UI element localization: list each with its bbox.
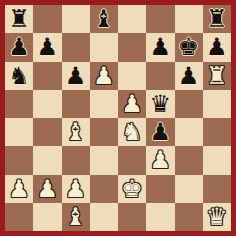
square-a7[interactable]: ♟ bbox=[5, 33, 33, 61]
square-a4[interactable] bbox=[5, 118, 33, 146]
square-g5[interactable] bbox=[175, 90, 203, 118]
square-g7[interactable]: ♚ bbox=[175, 33, 203, 61]
square-c2[interactable]: ♟ bbox=[62, 175, 90, 203]
square-g8[interactable] bbox=[175, 5, 203, 33]
piece-white-pawn: ♟ bbox=[93, 64, 115, 88]
square-e1[interactable] bbox=[118, 203, 146, 231]
piece-black-pawn: ♟ bbox=[8, 35, 30, 59]
square-g2[interactable] bbox=[175, 175, 203, 203]
square-g4[interactable] bbox=[175, 118, 203, 146]
square-d3[interactable] bbox=[90, 146, 118, 174]
square-b3[interactable] bbox=[33, 146, 61, 174]
square-e2[interactable]: ♚ bbox=[118, 175, 146, 203]
piece-black-pawn: ♟ bbox=[65, 64, 87, 88]
square-b2[interactable]: ♟ bbox=[33, 175, 61, 203]
square-c6[interactable]: ♟ bbox=[62, 62, 90, 90]
piece-white-pawn: ♟ bbox=[121, 92, 143, 116]
square-g6[interactable]: ♟ bbox=[175, 62, 203, 90]
piece-black-king: ♚ bbox=[178, 35, 200, 59]
piece-black-knight: ♞ bbox=[8, 64, 30, 88]
square-a5[interactable] bbox=[5, 90, 33, 118]
piece-white-bishop: ♝ bbox=[65, 205, 87, 229]
square-e5[interactable]: ♟ bbox=[118, 90, 146, 118]
square-d1[interactable] bbox=[90, 203, 118, 231]
chess-diagram: ♜♝♜♟♟♟♚♟♞♟♟♟♜♟♛♝♞♟♟♟♟♟♚♝♛ bbox=[0, 0, 236, 236]
piece-black-rook: ♜ bbox=[206, 7, 228, 31]
square-d6[interactable]: ♟ bbox=[90, 62, 118, 90]
square-f2[interactable] bbox=[146, 175, 174, 203]
square-b1[interactable] bbox=[33, 203, 61, 231]
square-f5[interactable]: ♛ bbox=[146, 90, 174, 118]
piece-black-queen: ♛ bbox=[150, 92, 172, 116]
square-c1[interactable]: ♝ bbox=[62, 203, 90, 231]
square-a6[interactable]: ♞ bbox=[5, 62, 33, 90]
square-h4[interactable] bbox=[203, 118, 231, 146]
piece-white-queen: ♛ bbox=[206, 205, 228, 229]
square-h2[interactable] bbox=[203, 175, 231, 203]
piece-black-pawn: ♟ bbox=[178, 64, 200, 88]
square-g1[interactable] bbox=[175, 203, 203, 231]
square-e6[interactable] bbox=[118, 62, 146, 90]
piece-white-knight: ♞ bbox=[121, 120, 143, 144]
square-b4[interactable] bbox=[33, 118, 61, 146]
piece-white-bishop: ♝ bbox=[65, 120, 87, 144]
square-a1[interactable] bbox=[5, 203, 33, 231]
piece-black-pawn: ♟ bbox=[37, 35, 59, 59]
square-f4[interactable]: ♟ bbox=[146, 118, 174, 146]
square-c7[interactable] bbox=[62, 33, 90, 61]
square-d4[interactable] bbox=[90, 118, 118, 146]
square-h1[interactable]: ♛ bbox=[203, 203, 231, 231]
square-f1[interactable] bbox=[146, 203, 174, 231]
square-e7[interactable] bbox=[118, 33, 146, 61]
piece-white-pawn: ♟ bbox=[65, 177, 87, 201]
square-b8[interactable] bbox=[33, 5, 61, 33]
square-f6[interactable] bbox=[146, 62, 174, 90]
square-b7[interactable]: ♟ bbox=[33, 33, 61, 61]
piece-white-king: ♚ bbox=[121, 177, 143, 201]
piece-black-pawn: ♟ bbox=[150, 35, 172, 59]
square-h5[interactable] bbox=[203, 90, 231, 118]
piece-white-pawn: ♟ bbox=[8, 177, 30, 201]
square-a3[interactable] bbox=[5, 146, 33, 174]
square-a2[interactable]: ♟ bbox=[5, 175, 33, 203]
square-e4[interactable]: ♞ bbox=[118, 118, 146, 146]
square-d2[interactable] bbox=[90, 175, 118, 203]
piece-white-pawn: ♟ bbox=[150, 148, 172, 172]
square-f7[interactable]: ♟ bbox=[146, 33, 174, 61]
piece-white-pawn: ♟ bbox=[37, 177, 59, 201]
square-h6[interactable]: ♜ bbox=[203, 62, 231, 90]
piece-black-rook: ♜ bbox=[8, 7, 30, 31]
square-b6[interactable] bbox=[33, 62, 61, 90]
square-c5[interactable] bbox=[62, 90, 90, 118]
piece-black-pawn: ♟ bbox=[150, 120, 172, 144]
square-d5[interactable] bbox=[90, 90, 118, 118]
square-c8[interactable] bbox=[62, 5, 90, 33]
chess-board: ♜♝♜♟♟♟♚♟♞♟♟♟♜♟♛♝♞♟♟♟♟♟♚♝♛ bbox=[0, 0, 236, 236]
piece-black-bishop: ♝ bbox=[93, 7, 115, 31]
square-f8[interactable] bbox=[146, 5, 174, 33]
square-g3[interactable] bbox=[175, 146, 203, 174]
square-c4[interactable]: ♝ bbox=[62, 118, 90, 146]
square-d8[interactable]: ♝ bbox=[90, 5, 118, 33]
square-h3[interactable] bbox=[203, 146, 231, 174]
piece-white-rook: ♜ bbox=[206, 64, 228, 88]
square-e8[interactable] bbox=[118, 5, 146, 33]
square-h8[interactable]: ♜ bbox=[203, 5, 231, 33]
square-c3[interactable] bbox=[62, 146, 90, 174]
square-a8[interactable]: ♜ bbox=[5, 5, 33, 33]
square-d7[interactable] bbox=[90, 33, 118, 61]
square-b5[interactable] bbox=[33, 90, 61, 118]
square-h7[interactable]: ♟ bbox=[203, 33, 231, 61]
square-f3[interactable]: ♟ bbox=[146, 146, 174, 174]
square-e3[interactable] bbox=[118, 146, 146, 174]
piece-black-pawn: ♟ bbox=[206, 35, 228, 59]
